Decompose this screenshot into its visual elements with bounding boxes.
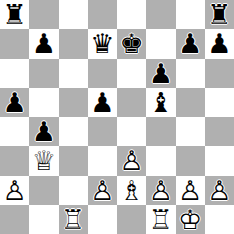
black-pawn-icon: ♟ — [176, 29, 205, 58]
square-d5[interactable]: ♟ — [88, 88, 117, 117]
square-a1[interactable] — [0, 205, 29, 234]
white-queen-icon: ♕ — [29, 146, 58, 175]
square-c5[interactable] — [59, 88, 88, 117]
square-d3[interactable] — [88, 146, 117, 175]
black-rook-icon: ♜ — [0, 0, 29, 29]
black-queen-icon: ♛ — [88, 29, 117, 58]
square-a5[interactable]: ♟ — [0, 88, 29, 117]
square-e8[interactable] — [117, 0, 146, 29]
square-h3[interactable] — [205, 146, 234, 175]
black-bishop-icon: ♝ — [146, 88, 175, 117]
white-pawn-icon: ♙ — [88, 176, 117, 205]
square-f3[interactable] — [146, 146, 175, 175]
square-e7[interactable]: ♚ — [117, 29, 146, 58]
white-pawn-fill: ♟ — [205, 176, 234, 205]
square-c1[interactable]: ♜♖ — [59, 205, 88, 234]
white-pawn-icon: ♙ — [146, 176, 175, 205]
square-d4[interactable] — [88, 117, 117, 146]
square-d1[interactable] — [88, 205, 117, 234]
square-g2[interactable]: ♟♙ — [176, 176, 205, 205]
black-pawn-icon: ♟ — [29, 29, 58, 58]
white-rook-icon: ♖ — [146, 205, 175, 234]
square-e6[interactable] — [117, 59, 146, 88]
square-g1[interactable]: ♚♔ — [176, 205, 205, 234]
square-h2[interactable]: ♟♙ — [205, 176, 234, 205]
square-g6[interactable] — [176, 59, 205, 88]
white-rook-fill: ♜ — [146, 205, 175, 234]
square-f4[interactable] — [146, 117, 175, 146]
white-pawn-fill: ♟ — [176, 176, 205, 205]
square-a7[interactable] — [0, 29, 29, 58]
white-pawn-icon: ♙ — [205, 176, 234, 205]
square-f2[interactable]: ♟♙ — [146, 176, 175, 205]
square-g5[interactable] — [176, 88, 205, 117]
square-d2[interactable]: ♟♙ — [88, 176, 117, 205]
black-pawn-icon: ♟ — [146, 59, 175, 88]
square-b7[interactable]: ♟ — [29, 29, 58, 58]
square-f8[interactable] — [146, 0, 175, 29]
square-d8[interactable] — [88, 0, 117, 29]
square-e4[interactable] — [117, 117, 146, 146]
chess-board: ♜♜♟♛♚♟♟♟♟♟♝♟♛♕♟♙♟♙♟♙♝♗♟♙♟♙♟♙♜♖♜♖♚♔ — [0, 0, 234, 234]
square-g3[interactable] — [176, 146, 205, 175]
white-bishop-fill: ♝ — [117, 176, 146, 205]
square-h8[interactable]: ♜ — [205, 0, 234, 29]
square-d6[interactable] — [88, 59, 117, 88]
square-c6[interactable] — [59, 59, 88, 88]
square-h6[interactable] — [205, 59, 234, 88]
white-pawn-fill: ♟ — [146, 176, 175, 205]
square-d7[interactable]: ♛ — [88, 29, 117, 58]
white-rook-icon: ♖ — [59, 205, 88, 234]
square-g8[interactable] — [176, 0, 205, 29]
square-b4[interactable]: ♟ — [29, 117, 58, 146]
black-pawn-icon: ♟ — [88, 88, 117, 117]
square-c7[interactable] — [59, 29, 88, 58]
white-king-fill: ♚ — [176, 205, 205, 234]
square-c2[interactable] — [59, 176, 88, 205]
square-c3[interactable] — [59, 146, 88, 175]
square-b8[interactable] — [29, 0, 58, 29]
square-g4[interactable] — [176, 117, 205, 146]
square-h1[interactable] — [205, 205, 234, 234]
square-a2[interactable]: ♟♙ — [0, 176, 29, 205]
square-a3[interactable] — [0, 146, 29, 175]
square-a8[interactable]: ♜ — [0, 0, 29, 29]
square-c8[interactable] — [59, 0, 88, 29]
white-pawn-fill: ♟ — [0, 176, 29, 205]
square-b3[interactable]: ♛♕ — [29, 146, 58, 175]
square-e2[interactable]: ♝♗ — [117, 176, 146, 205]
black-rook-icon: ♜ — [205, 0, 234, 29]
white-pawn-fill: ♟ — [117, 146, 146, 175]
white-rook-fill: ♜ — [59, 205, 88, 234]
square-g7[interactable]: ♟ — [176, 29, 205, 58]
square-b5[interactable] — [29, 88, 58, 117]
black-king-icon: ♚ — [117, 29, 146, 58]
square-f6[interactable]: ♟ — [146, 59, 175, 88]
square-a4[interactable] — [0, 117, 29, 146]
square-a6[interactable] — [0, 59, 29, 88]
square-b6[interactable] — [29, 59, 58, 88]
square-h7[interactable]: ♟ — [205, 29, 234, 58]
white-pawn-icon: ♙ — [0, 176, 29, 205]
square-e1[interactable] — [117, 205, 146, 234]
square-e5[interactable] — [117, 88, 146, 117]
white-pawn-fill: ♟ — [88, 176, 117, 205]
square-f1[interactable]: ♜♖ — [146, 205, 175, 234]
square-f5[interactable]: ♝ — [146, 88, 175, 117]
white-pawn-icon: ♙ — [117, 146, 146, 175]
square-f7[interactable] — [146, 29, 175, 58]
chess-diagram: ♜♜♟♛♚♟♟♟♟♟♝♟♛♕♟♙♟♙♟♙♝♗♟♙♟♙♟♙♜♖♜♖♚♔ — [0, 0, 234, 234]
white-king-icon: ♔ — [176, 205, 205, 234]
square-b1[interactable] — [29, 205, 58, 234]
square-c4[interactable] — [59, 117, 88, 146]
square-h4[interactable] — [205, 117, 234, 146]
white-pawn-icon: ♙ — [176, 176, 205, 205]
square-b2[interactable] — [29, 176, 58, 205]
square-h5[interactable] — [205, 88, 234, 117]
black-pawn-icon: ♟ — [205, 29, 234, 58]
white-queen-fill: ♛ — [29, 146, 58, 175]
square-e3[interactable]: ♟♙ — [117, 146, 146, 175]
black-pawn-icon: ♟ — [0, 88, 29, 117]
black-pawn-icon: ♟ — [29, 117, 58, 146]
white-bishop-icon: ♗ — [117, 176, 146, 205]
